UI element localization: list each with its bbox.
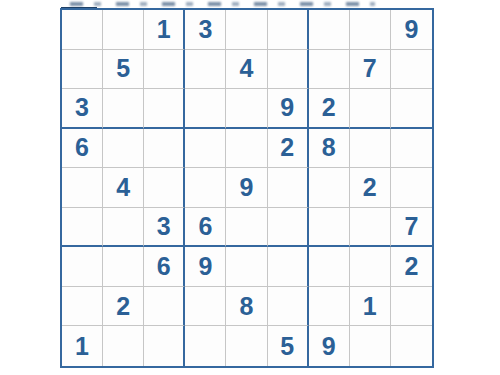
sudoku-cell-r4c4[interactable]	[185, 129, 226, 169]
sudoku-cell-r5c7[interactable]	[309, 168, 350, 208]
given-digit: 4	[240, 56, 254, 81]
sudoku-cell-r6c4[interactable]: 6	[185, 208, 226, 248]
sudoku-cell-r1c3[interactable]: 1	[144, 10, 185, 50]
given-digit: 5	[116, 56, 130, 81]
sudoku-cell-r3c3[interactable]	[144, 89, 185, 129]
sudoku-cell-r1c8[interactable]	[350, 10, 391, 50]
sudoku-cell-r4c6[interactable]: 2	[268, 129, 309, 169]
sudoku-cell-r3c8[interactable]	[350, 89, 391, 129]
sudoku-cell-r1c1[interactable]	[62, 10, 103, 50]
sudoku-cell-r2c8[interactable]: 7	[350, 50, 391, 90]
sudoku-cell-r8c5[interactable]: 8	[226, 287, 267, 327]
sudoku-cell-r1c5[interactable]	[226, 10, 267, 50]
sudoku-cell-r7c1[interactable]	[62, 247, 103, 287]
sudoku-cell-r8c6[interactable]	[268, 287, 309, 327]
sudoku-cell-r3c2[interactable]	[103, 89, 144, 129]
sudoku-cell-r1c6[interactable]	[268, 10, 309, 50]
sudoku-cell-r5c5[interactable]: 9	[226, 168, 267, 208]
given-digit: 1	[157, 17, 171, 42]
sudoku-cell-r4c3[interactable]	[144, 129, 185, 169]
sudoku-cell-r9c6[interactable]: 5	[268, 326, 309, 366]
sudoku-cell-r4c5[interactable]	[226, 129, 267, 169]
given-digit: 2	[363, 175, 377, 200]
sudoku-cell-r7c5[interactable]	[226, 247, 267, 287]
sudoku-cell-r7c2[interactable]	[103, 247, 144, 287]
sudoku-cell-r7c3[interactable]: 6	[144, 247, 185, 287]
sudoku-cell-r1c7[interactable]	[309, 10, 350, 50]
given-digit: 8	[322, 135, 336, 160]
sudoku-cell-r6c8[interactable]	[350, 208, 391, 248]
given-digit: 7	[404, 214, 418, 239]
sudoku-cell-r8c7[interactable]	[309, 287, 350, 327]
sudoku-cell-r2c7[interactable]	[309, 50, 350, 90]
sudoku-cell-r8c2[interactable]: 2	[103, 287, 144, 327]
sudoku-cell-r4c8[interactable]	[350, 129, 391, 169]
sudoku-cell-r7c9[interactable]: 2	[391, 247, 432, 287]
sudoku-cell-r2c9[interactable]	[391, 50, 432, 90]
sudoku-cell-r2c1[interactable]	[62, 50, 103, 90]
given-digit: 4	[116, 175, 130, 200]
sudoku-cell-r4c2[interactable]	[103, 129, 144, 169]
given-digit: 7	[363, 56, 377, 81]
sudoku-cell-r7c7[interactable]	[309, 247, 350, 287]
cropped-text-artifact	[70, 2, 375, 6]
given-digit: 3	[75, 95, 89, 120]
sudoku-cell-r8c8[interactable]: 1	[350, 287, 391, 327]
sudoku-cell-r1c9[interactable]: 9	[391, 10, 432, 50]
sudoku-cell-r6c7[interactable]	[309, 208, 350, 248]
sudoku-cell-r9c7[interactable]: 9	[309, 326, 350, 366]
sudoku-cell-r5c6[interactable]	[268, 168, 309, 208]
sudoku-cell-r3c4[interactable]	[185, 89, 226, 129]
sudoku-cell-r2c4[interactable]	[185, 50, 226, 90]
sudoku-cell-r9c4[interactable]	[185, 326, 226, 366]
given-digit: 9	[280, 95, 294, 120]
sudoku-cell-r5c3[interactable]	[144, 168, 185, 208]
sudoku-cell-r6c3[interactable]: 3	[144, 208, 185, 248]
sudoku-cell-r5c4[interactable]	[185, 168, 226, 208]
sudoku-cell-r4c7[interactable]: 8	[309, 129, 350, 169]
sudoku-cell-r6c5[interactable]	[226, 208, 267, 248]
sudoku-cell-r9c8[interactable]	[350, 326, 391, 366]
sudoku-cell-r2c5[interactable]: 4	[226, 50, 267, 90]
sudoku-cell-r6c1[interactable]	[62, 208, 103, 248]
sudoku-cell-r3c6[interactable]: 9	[268, 89, 309, 129]
sudoku-cell-r7c4[interactable]: 9	[185, 247, 226, 287]
sudoku-cell-r6c2[interactable]	[103, 208, 144, 248]
sudoku-cell-r3c1[interactable]: 3	[62, 89, 103, 129]
given-digit: 3	[157, 214, 171, 239]
sudoku-cell-r4c9[interactable]	[391, 129, 432, 169]
sudoku-cell-r3c7[interactable]: 2	[309, 89, 350, 129]
sudoku-cell-r6c9[interactable]: 7	[391, 208, 432, 248]
given-digit: 9	[198, 254, 212, 279]
sudoku-cell-r8c4[interactable]	[185, 287, 226, 327]
sudoku-cell-r9c3[interactable]	[144, 326, 185, 366]
sudoku-cell-r5c9[interactable]	[391, 168, 432, 208]
sudoku-cell-r5c1[interactable]	[62, 168, 103, 208]
given-digit: 9	[404, 17, 418, 42]
given-digit: 2	[280, 135, 294, 160]
given-digit: 2	[322, 95, 336, 120]
sudoku-cell-r5c8[interactable]: 2	[350, 168, 391, 208]
given-digit: 8	[240, 294, 254, 319]
sudoku-cell-r2c3[interactable]	[144, 50, 185, 90]
given-digit: 6	[157, 254, 171, 279]
sudoku-cell-r9c2[interactable]	[103, 326, 144, 366]
sudoku-cell-r6c6[interactable]	[268, 208, 309, 248]
sudoku-cell-r9c5[interactable]	[226, 326, 267, 366]
given-digit: 6	[75, 135, 89, 160]
sudoku-cell-r1c2[interactable]	[103, 10, 144, 50]
sudoku-cell-r8c9[interactable]	[391, 287, 432, 327]
sudoku-cell-r3c9[interactable]	[391, 89, 432, 129]
sudoku-cell-r2c2[interactable]: 5	[103, 50, 144, 90]
sudoku-cell-r7c6[interactable]	[268, 247, 309, 287]
sudoku-cell-r4c1[interactable]: 6	[62, 129, 103, 169]
sudoku-cell-r8c3[interactable]	[144, 287, 185, 327]
page: 139547392628492367692281159	[0, 0, 500, 375]
sudoku-board: 139547392628492367692281159	[60, 8, 434, 368]
sudoku-cell-r9c9[interactable]	[391, 326, 432, 366]
sudoku-cell-r9c1[interactable]: 1	[62, 326, 103, 366]
given-digit: 6	[198, 214, 212, 239]
given-digit: 5	[280, 334, 294, 359]
given-digit: 1	[75, 334, 89, 359]
sudoku-cell-r7c8[interactable]	[350, 247, 391, 287]
sudoku-cell-r2c6[interactable]	[268, 50, 309, 90]
given-digit: 2	[116, 294, 130, 319]
sudoku-cell-r8c1[interactable]	[62, 287, 103, 327]
given-digit: 9	[322, 334, 336, 359]
sudoku-cell-r1c4[interactable]: 3	[185, 10, 226, 50]
sudoku-cell-r3c5[interactable]	[226, 89, 267, 129]
given-digit: 2	[404, 254, 418, 279]
sudoku-cell-r5c2[interactable]: 4	[103, 168, 144, 208]
given-digit: 3	[198, 17, 212, 42]
given-digit: 1	[363, 294, 377, 319]
given-digit: 9	[240, 175, 254, 200]
